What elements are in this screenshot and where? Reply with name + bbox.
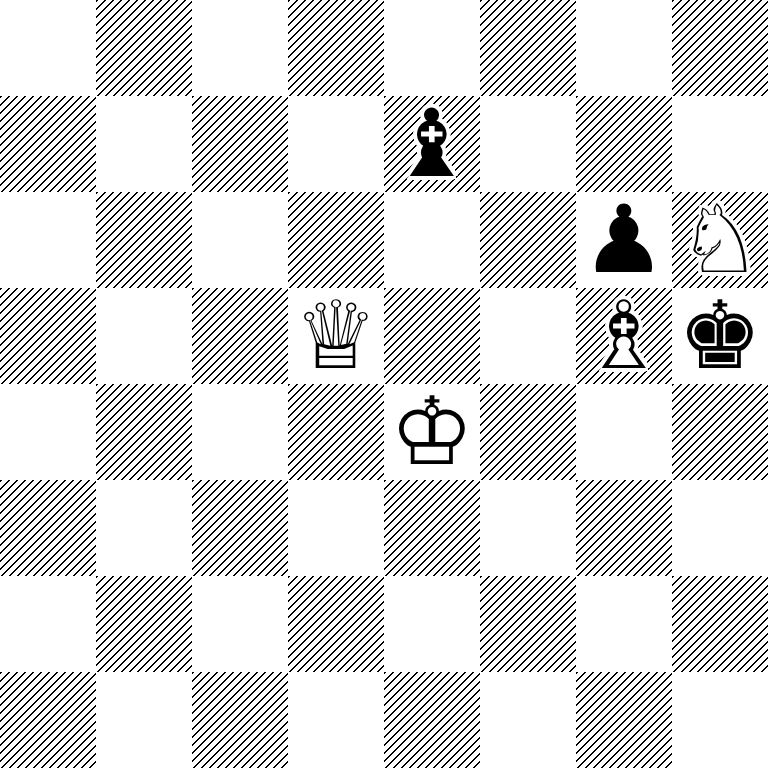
square-g5[interactable]: ♝♗ bbox=[576, 288, 672, 384]
piece-white-king[interactable]: ♚♔ bbox=[384, 384, 480, 480]
square-b6[interactable] bbox=[96, 192, 192, 288]
square-e2[interactable] bbox=[384, 576, 480, 672]
square-c7[interactable] bbox=[192, 96, 288, 192]
square-a6[interactable] bbox=[0, 192, 96, 288]
square-f8[interactable] bbox=[480, 0, 576, 96]
square-e3[interactable] bbox=[384, 480, 480, 576]
square-d2[interactable] bbox=[288, 576, 384, 672]
piece-black-pawn[interactable]: ♟♟ bbox=[576, 192, 672, 288]
square-a1[interactable] bbox=[0, 672, 96, 768]
square-g2[interactable] bbox=[576, 576, 672, 672]
square-f7[interactable] bbox=[480, 96, 576, 192]
square-g1[interactable] bbox=[576, 672, 672, 768]
piece-white-queen[interactable]: ♛♕ bbox=[288, 288, 384, 384]
square-a4[interactable] bbox=[0, 384, 96, 480]
piece-glyph: ♔ bbox=[384, 384, 480, 480]
square-d8[interactable] bbox=[288, 0, 384, 96]
square-e5[interactable] bbox=[384, 288, 480, 384]
square-b5[interactable] bbox=[96, 288, 192, 384]
square-e1[interactable] bbox=[384, 672, 480, 768]
square-c6[interactable] bbox=[192, 192, 288, 288]
square-f6[interactable] bbox=[480, 192, 576, 288]
piece-white-knight[interactable]: ♞♘ bbox=[672, 192, 768, 288]
square-g8[interactable] bbox=[576, 0, 672, 96]
piece-white-bishop[interactable]: ♝♗ bbox=[576, 288, 672, 384]
square-g4[interactable] bbox=[576, 384, 672, 480]
piece-glyph: ♘ bbox=[672, 192, 768, 288]
square-a5[interactable] bbox=[0, 288, 96, 384]
square-g3[interactable] bbox=[576, 480, 672, 576]
square-e8[interactable] bbox=[384, 0, 480, 96]
square-f5[interactable] bbox=[480, 288, 576, 384]
square-h1[interactable] bbox=[672, 672, 768, 768]
piece-glyph: ♚ bbox=[672, 288, 768, 384]
square-h4[interactable] bbox=[672, 384, 768, 480]
square-d6[interactable] bbox=[288, 192, 384, 288]
square-h5[interactable]: ♚♚ bbox=[672, 288, 768, 384]
square-h3[interactable] bbox=[672, 480, 768, 576]
square-b4[interactable] bbox=[96, 384, 192, 480]
piece-black-king[interactable]: ♚♚ bbox=[672, 288, 768, 384]
square-d7[interactable] bbox=[288, 96, 384, 192]
piece-glyph: ♗ bbox=[576, 288, 672, 384]
square-b8[interactable] bbox=[96, 0, 192, 96]
square-f3[interactable] bbox=[480, 480, 576, 576]
piece-glyph: ♝ bbox=[384, 96, 480, 192]
square-c1[interactable] bbox=[192, 672, 288, 768]
square-g6[interactable]: ♟♟ bbox=[576, 192, 672, 288]
chess-diagram: ♝♝♟♟♞♘♛♕♝♗♚♚♚♔ bbox=[0, 0, 768, 768]
square-b7[interactable] bbox=[96, 96, 192, 192]
square-d4[interactable] bbox=[288, 384, 384, 480]
piece-black-bishop[interactable]: ♝♝ bbox=[384, 96, 480, 192]
square-d3[interactable] bbox=[288, 480, 384, 576]
square-c5[interactable] bbox=[192, 288, 288, 384]
chess-board: ♝♝♟♟♞♘♛♕♝♗♚♚♚♔ bbox=[0, 0, 768, 768]
square-c4[interactable] bbox=[192, 384, 288, 480]
square-c8[interactable] bbox=[192, 0, 288, 96]
square-b1[interactable] bbox=[96, 672, 192, 768]
square-g7[interactable] bbox=[576, 96, 672, 192]
square-c2[interactable] bbox=[192, 576, 288, 672]
square-f2[interactable] bbox=[480, 576, 576, 672]
piece-glyph: ♕ bbox=[288, 288, 384, 384]
square-h7[interactable] bbox=[672, 96, 768, 192]
square-e6[interactable] bbox=[384, 192, 480, 288]
square-e4[interactable]: ♚♔ bbox=[384, 384, 480, 480]
square-a7[interactable] bbox=[0, 96, 96, 192]
square-h8[interactable] bbox=[672, 0, 768, 96]
square-f4[interactable] bbox=[480, 384, 576, 480]
square-a2[interactable] bbox=[0, 576, 96, 672]
square-d1[interactable] bbox=[288, 672, 384, 768]
square-h2[interactable] bbox=[672, 576, 768, 672]
piece-glyph: ♟ bbox=[576, 192, 672, 288]
square-b2[interactable] bbox=[96, 576, 192, 672]
square-d5[interactable]: ♛♕ bbox=[288, 288, 384, 384]
square-c3[interactable] bbox=[192, 480, 288, 576]
square-h6[interactable]: ♞♘ bbox=[672, 192, 768, 288]
square-b3[interactable] bbox=[96, 480, 192, 576]
square-f1[interactable] bbox=[480, 672, 576, 768]
square-a3[interactable] bbox=[0, 480, 96, 576]
square-e7[interactable]: ♝♝ bbox=[384, 96, 480, 192]
square-a8[interactable] bbox=[0, 0, 96, 96]
